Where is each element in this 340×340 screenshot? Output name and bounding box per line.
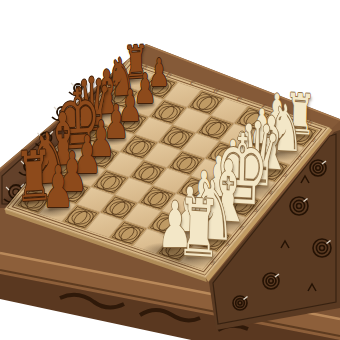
piece-bp-h7[interactable]: ♟ bbox=[42, 160, 74, 218]
piece-wr-h1[interactable]: ♜ bbox=[176, 188, 222, 270]
chess-table-scene: abcdefgh12345678 ♜♟♞♟♝♟♟♛♜♟♟♚♞♟♟♝♝♟♟♞♛♟♟… bbox=[0, 0, 340, 340]
